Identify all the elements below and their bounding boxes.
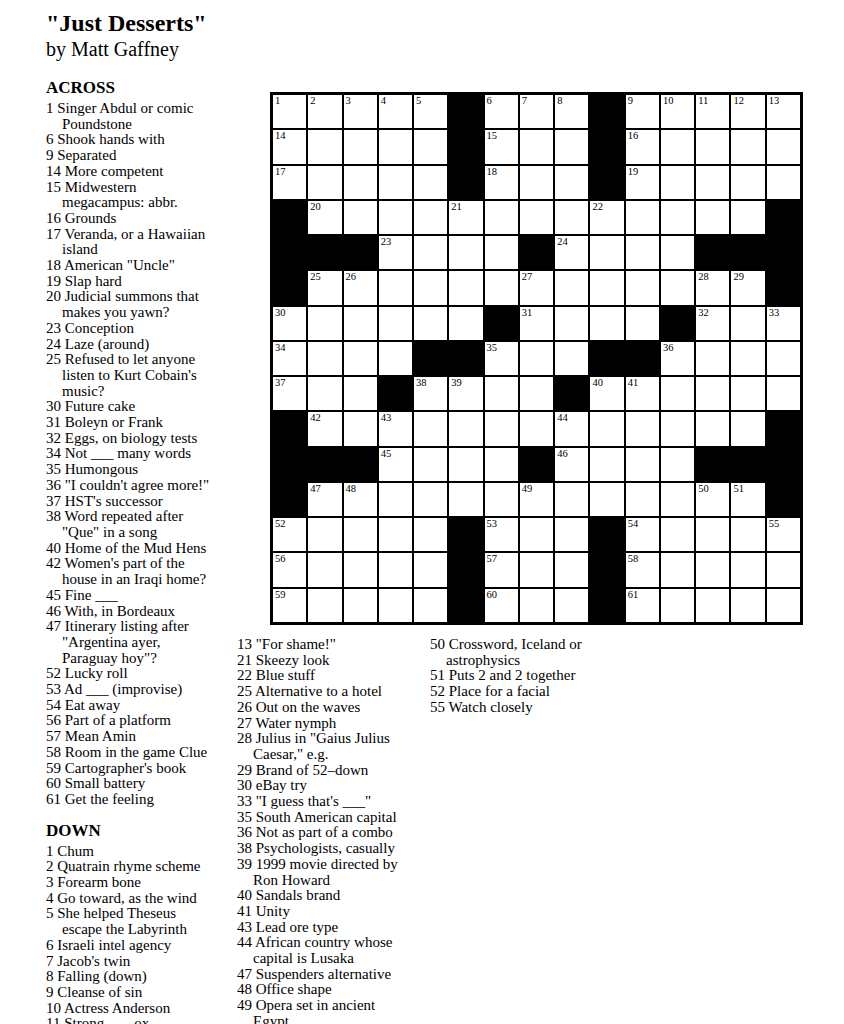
grid-cell[interactable] [554,306,589,341]
down-clues-list-1-12: 1 Chum2 Quatrain rhyme scheme3 Forearm b… [46,844,252,1024]
grid-cell[interactable]: 61 [625,588,660,623]
grid-cell[interactable] [730,129,765,164]
grid-cell[interactable]: 1 [272,94,307,129]
grid-cell[interactable] [413,129,448,164]
grid-cell[interactable]: 37 [272,376,307,411]
grid-cell-black [484,306,519,341]
cell-number: 4 [381,95,386,107]
grid-cell[interactable]: 12 [730,94,765,129]
cell-number: 11 [698,95,708,107]
grid-cell[interactable] [554,200,589,235]
grid-cell[interactable] [730,306,765,341]
grid-cell[interactable]: 27 [519,270,554,305]
grid-cell[interactable]: 4 [378,94,413,129]
grid-cell[interactable]: 3 [343,94,378,129]
grid-cell[interactable] [730,200,765,235]
grid-cell[interactable] [519,588,554,623]
cell-number: 60 [487,589,498,601]
clue-across-60: 60 Small battery [46,776,252,792]
grid-cell[interactable] [378,341,413,376]
grid-cell[interactable]: 32 [695,306,730,341]
grid-cell[interactable] [378,552,413,587]
grid-cell[interactable]: 25 [307,270,342,305]
cell-number: 40 [592,377,603,389]
grid-cell[interactable] [343,411,378,446]
grid-cell[interactable] [448,447,483,482]
clue-across-61: 61 Get the feeling [46,792,252,808]
grid-cell[interactable]: 47 [307,482,342,517]
grid-cell[interactable] [448,411,483,446]
grid-cell[interactable]: 40 [589,376,624,411]
grid-cell[interactable] [695,552,730,587]
clue-across-14: 14 More competent [46,164,252,180]
grid-cell[interactable] [554,588,589,623]
cell-number: 5 [416,95,421,107]
grid-cell[interactable] [484,376,519,411]
grid-cell[interactable] [343,341,378,376]
grid-cell[interactable] [660,165,695,200]
across-clues-list: 1 Singer Abdul or comic Poundstone6 Shoo… [46,101,252,808]
cell-number: 15 [487,130,498,142]
grid-cell[interactable]: 26 [343,270,378,305]
grid-cell[interactable]: 54 [625,517,660,552]
grid-cell[interactable] [730,165,765,200]
grid-cell[interactable]: 17 [272,165,307,200]
grid-cell[interactable] [589,411,624,446]
grid-cell-black [343,235,378,270]
grid-cell[interactable] [660,482,695,517]
clue-down-22: 22 Blue stuff [237,668,435,684]
grid-cell[interactable] [307,588,342,623]
grid-cell[interactable] [660,447,695,482]
grid-cell[interactable] [625,235,660,270]
grid-cell[interactable]: 59 [272,588,307,623]
clue-across-18: 18 American "Uncle" [46,258,252,274]
grid-cell[interactable]: 14 [272,129,307,164]
grid-cell[interactable] [695,517,730,552]
cell-number: 55 [769,518,780,530]
cell-number: 34 [275,342,286,354]
grid-cell-black [766,482,801,517]
clue-down-40: 40 Sandals brand [237,888,435,904]
grid-cell[interactable]: 15 [484,129,519,164]
grid-cell[interactable] [519,517,554,552]
grid-cell[interactable] [660,588,695,623]
grid-cell[interactable]: 43 [378,411,413,446]
clue-across-54: 54 Eat away [46,698,252,714]
grid-cell[interactable] [519,200,554,235]
grid-cell[interactable] [448,306,483,341]
grid-cell[interactable] [413,482,448,517]
grid-cell[interactable] [730,552,765,587]
grid-cell[interactable] [413,270,448,305]
grid-cell[interactable] [378,200,413,235]
cell-number: 45 [381,448,392,460]
grid-cell[interactable] [695,411,730,446]
grid-cell[interactable]: 33 [766,306,801,341]
grid-cell[interactable] [484,235,519,270]
clue-down-8: 8 Falling (down) [46,969,252,985]
grid-cell[interactable] [519,552,554,587]
grid-cell[interactable]: 46 [554,447,589,482]
grid-cell[interactable]: 42 [307,411,342,446]
grid-cell[interactable] [413,411,448,446]
grid-cell[interactable]: 16 [625,129,660,164]
grid-cell[interactable] [378,270,413,305]
grid-cell[interactable] [766,341,801,376]
cell-number: 37 [275,377,286,389]
grid-cell[interactable] [343,306,378,341]
grid-cell[interactable] [589,270,624,305]
grid-cell[interactable]: 23 [378,235,413,270]
grid-cell[interactable] [554,341,589,376]
clue-across-31: 31 Boleyn or Frank [46,415,252,431]
clue-across-38: 38 Word repeated after "Que" in a song [46,509,252,540]
grid-cell[interactable]: 22 [589,200,624,235]
grid-cell-black [589,552,624,587]
clue-down-11: 11 Strong ___ ox [46,1016,252,1024]
grid-cell[interactable] [307,376,342,411]
grid-cell[interactable]: 48 [343,482,378,517]
grid-cell-black [307,235,342,270]
grid-cell[interactable] [730,588,765,623]
grid-cell[interactable] [519,129,554,164]
cell-number: 16 [628,130,639,142]
grid-cell-black [448,341,483,376]
down-clues-middle-column: 13 "For shame!"21 Skeezy look22 Blue stu… [237,637,435,1024]
grid-cell[interactable] [519,165,554,200]
grid-cell[interactable] [766,552,801,587]
grid-cell-black [272,200,307,235]
clue-across-56: 56 Part of a platform [46,713,252,729]
cell-number: 12 [733,95,744,107]
grid-cell[interactable] [730,376,765,411]
grid-cell-black [554,376,589,411]
grid-cell[interactable] [589,235,624,270]
cell-number: 42 [310,412,321,424]
grid-cell[interactable] [484,270,519,305]
grid-cell-black [766,270,801,305]
grid-cell[interactable] [343,200,378,235]
grid-cell-black [272,482,307,517]
clue-across-16: 16 Grounds [46,211,252,227]
cell-number: 14 [275,130,286,142]
grid-cell-black [448,94,483,129]
grid-cell[interactable] [413,552,448,587]
grid-cell[interactable]: 24 [554,235,589,270]
grid-cell[interactable] [378,165,413,200]
grid-cell[interactable]: 11 [695,94,730,129]
grid-cell[interactable] [660,270,695,305]
grid-cell[interactable] [766,376,801,411]
cell-number: 29 [733,271,744,283]
grid-cell[interactable] [660,376,695,411]
grid-cell[interactable] [307,517,342,552]
grid-cell[interactable] [660,129,695,164]
grid-cell[interactable] [413,200,448,235]
grid-cell[interactable] [519,376,554,411]
grid-cell[interactable]: 55 [766,517,801,552]
cell-number: 17 [275,166,286,178]
clue-across-53: 53 Ad ___ (improvise) [46,682,252,698]
grid-cell[interactable] [448,482,483,517]
grid-cell[interactable]: 60 [484,588,519,623]
cell-number: 36 [663,342,674,354]
cell-number: 33 [769,307,780,319]
grid-cell[interactable] [695,129,730,164]
grid-cell[interactable] [378,129,413,164]
grid-cell-black [448,588,483,623]
grid-cell-black [625,341,660,376]
grid-cell[interactable] [554,165,589,200]
cell-number: 57 [487,553,498,565]
grid-cell[interactable] [554,552,589,587]
clue-across-25: 25 Refused to let anyone listen to Kurt … [46,352,252,399]
clue-down-25: 25 Alternative to a hotel [237,684,435,700]
cell-number: 18 [487,166,498,178]
grid-cell[interactable]: 31 [519,306,554,341]
cell-number: 10 [663,95,674,107]
cell-number: 50 [698,483,709,495]
puzzle-header: "Just Desserts" by Matt Gaffney [46,10,276,61]
grid-cell[interactable]: 18 [484,165,519,200]
grid-cell[interactable]: 29 [730,270,765,305]
grid-cell-black [589,94,624,129]
grid-cell[interactable]: 44 [554,411,589,446]
cell-number: 52 [275,518,286,530]
cell-number: 44 [557,412,568,424]
cell-number: 25 [310,271,321,283]
clue-across-1: 1 Singer Abdul or comic Poundstone [46,101,252,132]
cell-number: 23 [381,236,392,248]
grid-cell[interactable] [307,341,342,376]
grid-cell[interactable]: 36 [660,341,695,376]
grid-cell[interactable] [413,588,448,623]
grid-cell[interactable] [484,482,519,517]
grid-cell[interactable] [554,482,589,517]
clue-down-13: 13 "For shame!" [237,637,435,653]
grid-cell-black [695,235,730,270]
grid-cell[interactable] [554,129,589,164]
clue-down-41: 41 Unity [237,904,435,920]
cell-number: 21 [451,201,462,213]
clue-across-36: 36 "I couldn't agree more!" [46,478,252,494]
grid-cell[interactable] [484,200,519,235]
grid-cell[interactable]: 9 [625,94,660,129]
clue-down-38: 38 Psychologists, casually [237,841,435,857]
clue-across-37: 37 HST's successor [46,494,252,510]
grid-cell[interactable]: 58 [625,552,660,587]
cell-number: 7 [522,95,527,107]
grid-cell[interactable] [625,447,660,482]
grid-cell[interactable]: 49 [519,482,554,517]
grid-cell[interactable]: 10 [660,94,695,129]
clue-across-40: 40 Home of the Mud Hens [46,541,252,557]
grid-cell-black [413,341,448,376]
grid-cell[interactable] [589,306,624,341]
grid-cell[interactable] [378,517,413,552]
clue-down-3: 3 Forearm bone [46,875,252,891]
grid-cell[interactable]: 51 [730,482,765,517]
clue-across-6: 6 Shook hands with [46,132,252,148]
grid-cell[interactable] [589,447,624,482]
grid-cell[interactable] [625,270,660,305]
cell-number: 2 [310,95,315,107]
down-clues-right-column: 50 Crossword, Iceland or astrophysics51 … [430,637,662,716]
grid-cell[interactable] [730,411,765,446]
grid-cell[interactable]: 13 [766,94,801,129]
grid-cell[interactable]: 6 [484,94,519,129]
grid-cell[interactable]: 8 [554,94,589,129]
grid-cell[interactable] [625,306,660,341]
grid-cell[interactable]: 53 [484,517,519,552]
grid-cell[interactable]: 50 [695,482,730,517]
grid-cell[interactable] [625,200,660,235]
grid-cell-black [589,129,624,164]
cell-number: 54 [628,518,639,530]
grid-cell[interactable]: 45 [378,447,413,482]
grid-cell[interactable]: 28 [695,270,730,305]
grid-cell[interactable] [448,270,483,305]
grid-cell[interactable] [307,165,342,200]
grid-cell[interactable] [343,129,378,164]
page-title: "Just Desserts" [46,10,276,37]
grid-cell[interactable] [448,235,483,270]
clue-down-52: 52 Place for a facial [430,684,662,700]
clue-down-48: 48 Office shape [237,982,435,998]
clue-down-6: 6 Israeli intel agency [46,938,252,954]
grid-cell[interactable] [343,165,378,200]
grid-cell[interactable] [660,411,695,446]
grid-cell[interactable] [730,517,765,552]
clue-down-4: 4 Go toward, as the wind [46,891,252,907]
grid-cell[interactable] [766,165,801,200]
clue-across-15: 15 Midwestern megacampus: abbr. [46,180,252,211]
grid-cell[interactable] [413,235,448,270]
grid-cell[interactable]: 7 [519,94,554,129]
grid-cell[interactable] [766,129,801,164]
across-header: ACROSS [46,78,252,97]
grid-cell-black [766,235,801,270]
grid-cell[interactable] [660,552,695,587]
clue-down-49: 49 Opera set in ancient Egypt [237,998,435,1024]
grid-cell[interactable] [484,447,519,482]
grid-cell[interactable] [695,341,730,376]
grid-cell-black [272,447,307,482]
clue-down-39: 39 1999 movie directed by Ron Howard [237,857,435,888]
grid-cell[interactable] [589,482,624,517]
grid-cell[interactable]: 34 [272,341,307,376]
cell-number: 49 [522,483,533,495]
grid-cell[interactable] [343,376,378,411]
grid-cell[interactable] [519,411,554,446]
grid-cell[interactable] [343,588,378,623]
grid-cell[interactable]: 2 [307,94,342,129]
grid-cell[interactable] [554,270,589,305]
grid-cell-black [766,447,801,482]
grid-cell[interactable] [766,588,801,623]
grid-cell[interactable]: 19 [625,165,660,200]
grid-cell[interactable] [343,517,378,552]
grid-cell[interactable] [307,129,342,164]
grid-cell[interactable]: 57 [484,552,519,587]
cell-number: 9 [628,95,633,107]
cell-number: 53 [487,518,498,530]
clue-across-20: 20 Judicial summons that makes you yawn? [46,289,252,320]
clue-across-52: 52 Lucky roll [46,666,252,682]
grid-cell[interactable]: 52 [272,517,307,552]
cell-number: 24 [557,236,568,248]
clue-across-45: 45 Fine ___ [46,588,252,604]
grid-cell[interactable] [378,306,413,341]
clue-down-7: 7 Jacob's twin [46,954,252,970]
grid-cell[interactable]: 38 [413,376,448,411]
grid-cell[interactable] [413,165,448,200]
clue-across-30: 30 Future cake [46,399,252,415]
grid-cell[interactable] [695,200,730,235]
grid-cell[interactable] [378,482,413,517]
grid-cell[interactable] [519,341,554,376]
clue-across-59: 59 Cartographer's book [46,761,252,777]
grid-cell[interactable]: 56 [272,552,307,587]
grid-cell[interactable]: 21 [448,200,483,235]
clue-down-50: 50 Crossword, Iceland or astrophysics [430,637,662,668]
grid-cell[interactable] [413,517,448,552]
grid-cell[interactable] [413,447,448,482]
grid-cell-black [730,447,765,482]
grid-cell[interactable] [730,341,765,376]
cell-number: 30 [275,307,286,319]
grid-cell-black [307,447,342,482]
clue-across-47: 47 Itinerary listing after "Argentina ay… [46,619,252,666]
grid-cell[interactable]: 41 [625,376,660,411]
grid-cell[interactable] [378,588,413,623]
grid-cell[interactable] [554,517,589,552]
grid-cell[interactable] [660,517,695,552]
cell-number: 22 [592,201,603,213]
grid-cell[interactable] [484,411,519,446]
grid-cell[interactable] [625,482,660,517]
grid-cell[interactable] [307,552,342,587]
cell-number: 19 [628,166,639,178]
grid-cell[interactable] [695,588,730,623]
clue-down-44: 44 African country whose capital is Lusa… [237,935,435,966]
cell-number: 47 [310,483,321,495]
grid-cell-black [448,517,483,552]
cell-number: 6 [487,95,492,107]
clue-down-51: 51 Puts 2 and 2 together [430,668,662,684]
cell-number: 46 [557,448,568,460]
grid-cell[interactable] [695,165,730,200]
grid-cell[interactable] [343,552,378,587]
grid-cell[interactable] [695,376,730,411]
clue-down-28: 28 Julius in "Gaius Julius Caesar," e.g. [237,731,435,762]
grid-cell-black [589,165,624,200]
clue-down-29: 29 Brand of 52–down [237,763,435,779]
grid-cell[interactable] [660,200,695,235]
grid-cell[interactable]: 20 [307,200,342,235]
grid-cell[interactable] [625,411,660,446]
grid-cell[interactable]: 5 [413,94,448,129]
clue-down-35: 35 South American capital [237,810,435,826]
grid-cell[interactable]: 39 [448,376,483,411]
grid-cell-black [589,588,624,623]
grid-cell[interactable] [660,235,695,270]
grid-cell[interactable]: 35 [484,341,519,376]
grid-cell[interactable] [307,306,342,341]
grid-cell[interactable]: 30 [272,306,307,341]
grid-cell[interactable] [413,306,448,341]
